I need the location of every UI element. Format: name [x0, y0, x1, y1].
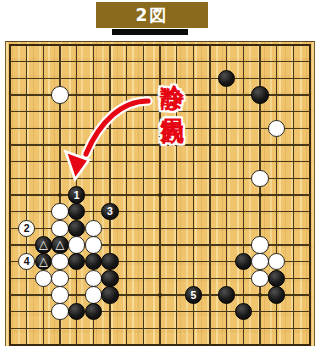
black-stone — [251, 86, 269, 104]
grid-line-horizontal — [10, 328, 310, 329]
white-stone — [51, 253, 69, 271]
white-stone — [51, 303, 69, 321]
triangle-mark: △ — [56, 239, 65, 251]
stone-number: 1 — [74, 190, 80, 201]
white-stone — [51, 270, 69, 288]
white-stone — [51, 86, 69, 104]
triangle-mark: △ — [39, 255, 48, 267]
black-stone — [101, 270, 119, 288]
white-stone — [85, 236, 103, 254]
white-stone — [85, 220, 103, 238]
white-stone — [85, 270, 103, 288]
grid-line-vertical — [243, 45, 244, 345]
stone-number: 3 — [107, 206, 113, 217]
white-stone — [251, 236, 269, 254]
black-stone — [101, 253, 119, 271]
black-stone-triangle: △ — [35, 236, 53, 254]
figure-title: 2図 — [96, 2, 208, 28]
triangle-mark: △ — [39, 239, 48, 251]
annotation-text: 冷静な大局観 — [152, 66, 184, 102]
black-stone-triangle: △ — [51, 236, 69, 254]
white-stone — [251, 270, 269, 288]
black-stone — [268, 286, 286, 304]
title-underline — [112, 29, 188, 35]
grid-line-vertical — [209, 45, 210, 345]
black-stone — [218, 286, 236, 304]
white-stone — [35, 270, 53, 288]
white-stone — [51, 286, 69, 304]
stone-number: 5 — [190, 290, 196, 301]
white-stone — [51, 203, 69, 221]
white-stone — [68, 236, 86, 254]
black-stone — [101, 286, 119, 304]
black-stone-5: 5 — [185, 286, 203, 304]
stone-number: 2 — [24, 223, 30, 234]
white-stone — [251, 253, 269, 271]
white-stone — [251, 170, 269, 188]
white-stone — [51, 220, 69, 238]
black-stone-3: 3 — [101, 203, 119, 221]
grid-line-vertical — [293, 45, 294, 345]
white-stone — [85, 286, 103, 304]
go-diagram-figure: 2図 132△△4△5 冷静な大局観 — [0, 0, 318, 346]
black-stone-1: 1 — [68, 186, 86, 204]
stone-number: 4 — [24, 256, 30, 267]
